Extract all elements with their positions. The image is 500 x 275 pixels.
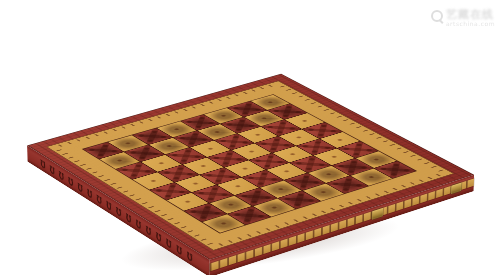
piece-red-pawn[interactable]: ♟ [183, 102, 211, 141]
piece-red-pawn[interactable]: ♟ [207, 95, 234, 134]
piece-red-pawn[interactable]: ♟ [159, 109, 187, 149]
piece-red-pawn[interactable]: ♟ [110, 123, 138, 163]
brass-hinge-icon [451, 182, 461, 194]
scene: Ω Ω Ω Ω Ω Ω Ω Ω Ω Ω Ω Ω Ω Ω Ω Ω ♜♞♝♛♚♝♞♜… [0, 0, 500, 275]
piece-wood-rook[interactable]: ♜ [212, 180, 244, 226]
watermark-subtext: artschina.com [446, 21, 495, 27]
piece-red-pawn[interactable]: ♟ [231, 89, 258, 128]
board-frame: ♜♞♝♛♚♝♞♜♟♟♟♟♟♟♟♟♟♟♟♟♟♟♟♟♜♞♝♛♚♝♞♜ [27, 74, 474, 260]
board-inner-strip: ♜♞♝♛♚♝♞♜♟♟♟♟♟♟♟♟♟♟♟♟♟♟♟♟♜♞♝♛♚♝♞♜ [46, 81, 454, 251]
watermark-text: 艺藏在线 [446, 9, 495, 21]
magnifier-icon [431, 10, 443, 22]
brass-hinge-icon [372, 208, 383, 220]
chess-board: Ω Ω Ω Ω Ω Ω Ω Ω Ω Ω Ω Ω Ω Ω Ω Ω ♜♞♝♛♚♝♞♜… [27, 74, 474, 260]
piece-red-pawn[interactable]: ♟ [135, 116, 163, 156]
watermark: 艺藏在线 artschina.com [431, 9, 495, 27]
photo-canvas: Ω Ω Ω Ω Ω Ω Ω Ω Ω Ω Ω Ω Ω Ω Ω Ω ♜♞♝♛♚♝♞♜… [0, 0, 500, 275]
